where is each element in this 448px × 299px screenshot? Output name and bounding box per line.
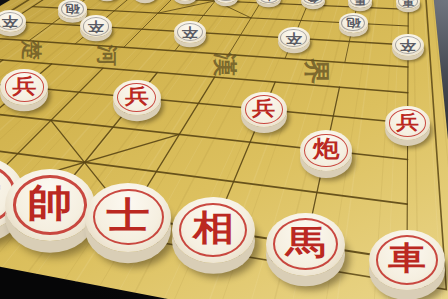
piece-red-advisor[interactable]: 士 — [85, 183, 171, 252]
piece-character: 相 — [193, 211, 234, 246]
piece-character: 砲 — [65, 3, 80, 15]
piece-black-advisor[interactable]: 士 — [173, 0, 197, 1]
piece-character: 卒 — [286, 32, 302, 45]
piece-red-soldier[interactable]: 兵 — [113, 80, 160, 115]
piece-red-elephant[interactable]: 相 — [172, 197, 255, 263]
piece-character: 象 — [307, 0, 319, 3]
piece-character: 馬 — [354, 0, 366, 5]
piece-black-soldier[interactable]: 卒 — [0, 10, 26, 32]
piece-black-soldier[interactable]: 卒 — [392, 34, 424, 56]
piece-black-horse[interactable]: 馬 — [348, 0, 372, 8]
piece-red-soldier[interactable]: 兵 — [241, 92, 287, 127]
piece-character: 兵 — [12, 76, 36, 97]
piece-layer: 車馬相士帥士相馬車炮炮兵兵兵兵兵車馬象士將士象馬車砲砲卒卒卒卒卒 — [0, 0, 448, 299]
piece-character: 馬 — [286, 226, 326, 260]
piece-character: 士 — [0, 172, 1, 212]
piece-black-general[interactable]: 將 — [214, 0, 238, 3]
piece-black-soldier[interactable]: 卒 — [278, 27, 310, 49]
piece-character: 卒 — [88, 20, 104, 33]
piece-character: 兵 — [396, 112, 419, 131]
piece-black-cannon[interactable]: 砲 — [58, 0, 87, 19]
piece-character: 士 — [262, 0, 274, 1]
piece-black-advisor[interactable]: 士 — [256, 0, 280, 4]
piece-black-soldier[interactable]: 卒 — [174, 21, 206, 43]
piece-black-chariot[interactable]: 車 — [396, 0, 420, 9]
piece-black-elephant[interactable]: 象 — [301, 0, 325, 6]
piece-red-cannon[interactable]: 炮 — [300, 130, 353, 170]
piece-character: 車 — [388, 242, 426, 274]
piece-red-horse[interactable]: 馬 — [266, 213, 345, 276]
piece-character: 卒 — [182, 26, 198, 39]
piece-red-chariot[interactable]: 車 — [369, 230, 445, 291]
xiangqi-photo-stage: 楚河漢界 車馬相士帥士相馬車炮炮兵兵兵兵兵車馬象士將士象馬車砲砲卒卒卒卒卒 — [0, 0, 448, 299]
piece-red-general[interactable]: 帥 — [5, 169, 95, 241]
piece-red-soldier[interactable]: 兵 — [0, 69, 48, 105]
piece-character: 炮 — [313, 138, 339, 160]
piece-black-cannon[interactable]: 砲 — [339, 13, 368, 33]
piece-character: 砲 — [346, 17, 361, 29]
piece-character: 車 — [402, 0, 414, 7]
piece-character: 卒 — [2, 15, 18, 28]
piece-black-soldier[interactable]: 卒 — [80, 15, 112, 37]
piece-character: 卒 — [400, 39, 416, 52]
piece-red-soldier[interactable]: 兵 — [385, 106, 431, 140]
piece-character: 兵 — [125, 87, 149, 107]
piece-character: 帥 — [28, 184, 73, 222]
piece-character: 兵 — [252, 99, 275, 119]
piece-character: 士 — [107, 197, 150, 234]
